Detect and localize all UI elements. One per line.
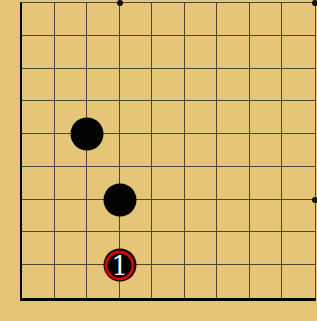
- move-1-stone[interactable]: 1: [103, 249, 136, 282]
- go-board-panel: 1: [0, 0, 317, 321]
- move-number-label: 1: [111, 252, 128, 278]
- black-stone[interactable]: [103, 183, 136, 216]
- star-point-dot: [312, 0, 317, 6]
- black-stone[interactable]: [71, 118, 104, 151]
- go-board: 1: [20, 2, 316, 301]
- star-point-dot: [117, 0, 123, 6]
- star-point-dot: [312, 197, 317, 203]
- board-overlay: 1: [22, 3, 315, 298]
